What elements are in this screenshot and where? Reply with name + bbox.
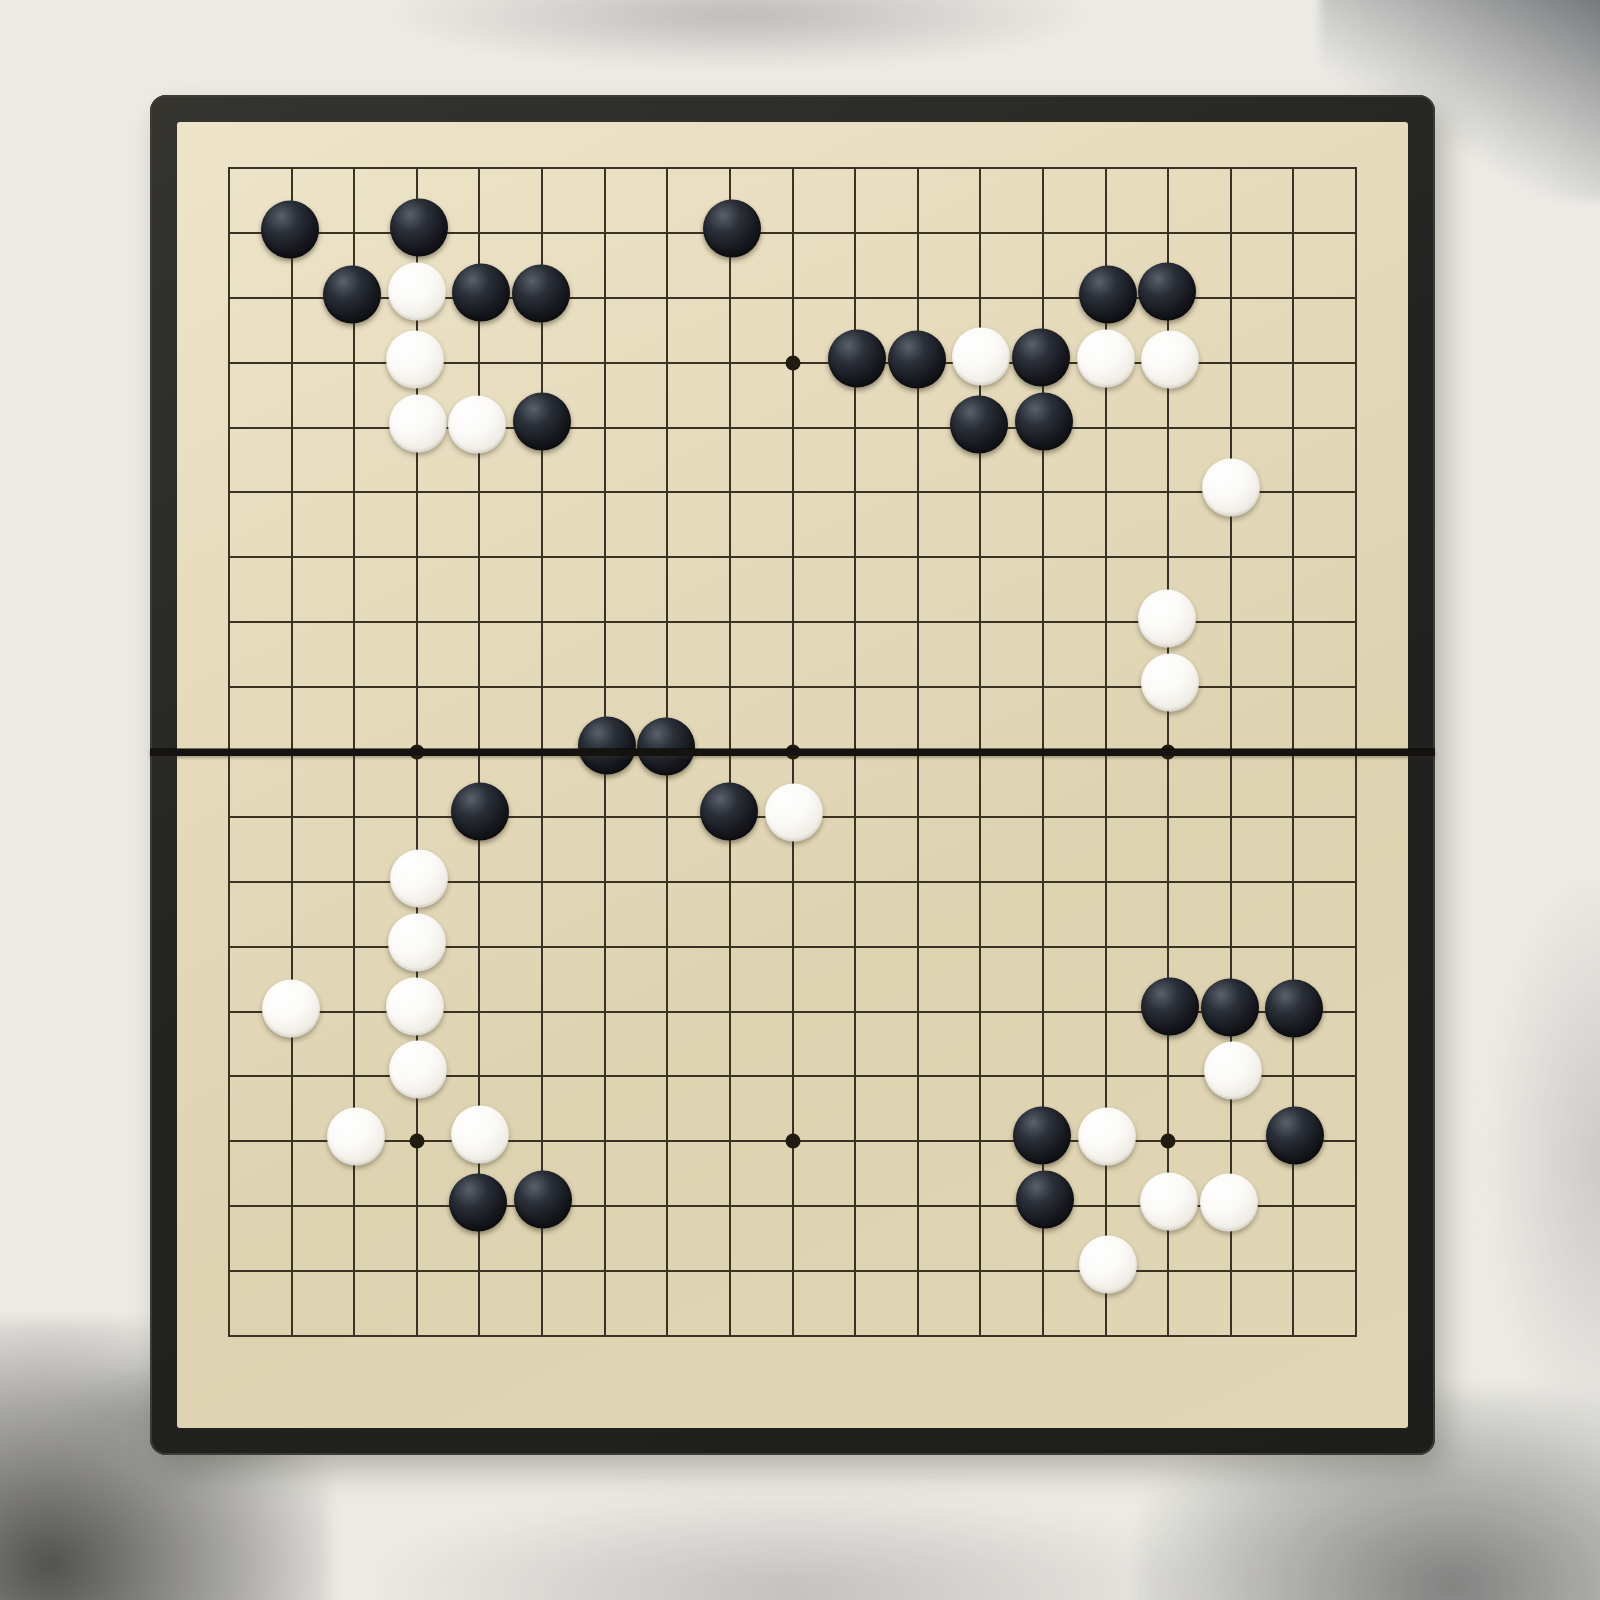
black-stone[interactable] [1015, 392, 1073, 450]
white-stone[interactable] [1202, 459, 1260, 517]
white-stone[interactable] [390, 849, 448, 907]
black-stone[interactable] [1016, 1171, 1074, 1229]
white-stone[interactable] [1141, 330, 1199, 388]
black-stone[interactable] [1138, 262, 1196, 320]
black-stone[interactable] [1012, 328, 1070, 386]
white-stone[interactable] [765, 783, 823, 841]
black-stone[interactable] [1265, 979, 1323, 1037]
star-point [409, 1134, 424, 1149]
marble-streak-top [380, 0, 1100, 70]
white-stone[interactable] [1200, 1174, 1258, 1232]
white-stone[interactable] [1078, 1108, 1136, 1166]
white-stone[interactable] [1204, 1042, 1262, 1100]
white-stone[interactable] [389, 394, 447, 452]
black-stone[interactable] [950, 395, 1008, 453]
grid-line-horizontal [228, 1335, 1357, 1337]
black-stone[interactable] [828, 329, 886, 387]
black-stone[interactable] [261, 200, 319, 258]
marble-streak-right-edge [1490, 880, 1600, 1440]
white-stone[interactable] [448, 395, 506, 453]
go-board-face[interactable] [177, 122, 1408, 1428]
black-stone[interactable] [449, 1174, 507, 1232]
black-stone[interactable] [637, 718, 695, 776]
white-stone[interactable] [451, 1106, 509, 1164]
black-stone[interactable] [578, 717, 636, 775]
white-stone[interactable] [327, 1108, 385, 1166]
white-stone[interactable] [1077, 329, 1135, 387]
white-stone[interactable] [1141, 654, 1199, 712]
star-point [1161, 1134, 1176, 1149]
white-stone[interactable] [388, 262, 446, 320]
black-stone[interactable] [1201, 978, 1259, 1036]
white-stone[interactable] [386, 330, 444, 388]
go-board [150, 95, 1435, 1455]
black-stone[interactable] [1013, 1107, 1071, 1165]
black-stone[interactable] [512, 264, 570, 322]
marble-streak-bottom [380, 1490, 1200, 1600]
black-stone[interactable] [451, 782, 509, 840]
black-stone[interactable] [888, 330, 946, 388]
white-stone[interactable] [386, 977, 444, 1035]
black-stone[interactable] [1079, 265, 1137, 323]
board-fold-hinge-line [150, 749, 1435, 756]
white-stone[interactable] [1140, 1173, 1198, 1231]
white-stone[interactable] [952, 327, 1010, 385]
white-stone[interactable] [1079, 1236, 1137, 1294]
black-stone[interactable] [700, 782, 758, 840]
white-stone[interactable] [388, 913, 446, 971]
white-stone[interactable] [262, 979, 320, 1037]
white-stone[interactable] [1138, 590, 1196, 648]
black-stone[interactable] [514, 1171, 572, 1229]
black-stone[interactable] [1266, 1107, 1324, 1165]
star-point [785, 1134, 800, 1149]
star-point [785, 355, 800, 370]
black-stone[interactable] [703, 199, 761, 257]
black-stone[interactable] [513, 392, 571, 450]
black-stone[interactable] [1141, 977, 1199, 1035]
white-stone[interactable] [389, 1041, 447, 1099]
black-stone[interactable] [323, 265, 381, 323]
grid-line-horizontal [228, 1270, 1357, 1272]
black-stone[interactable] [390, 198, 448, 256]
black-stone[interactable] [452, 263, 510, 321]
